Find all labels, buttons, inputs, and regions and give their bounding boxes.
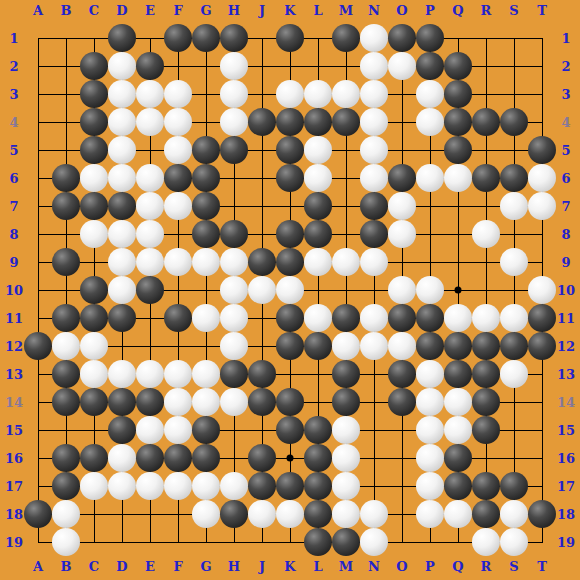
col-label-bottom: A — [33, 560, 43, 573]
black-stone[interactable] — [52, 388, 80, 416]
row-label-left: 17 — [5, 480, 23, 493]
black-stone[interactable] — [304, 528, 332, 556]
black-stone[interactable] — [276, 108, 304, 136]
black-stone[interactable] — [108, 388, 136, 416]
black-stone[interactable] — [416, 304, 444, 332]
white-stone[interactable] — [108, 164, 136, 192]
black-stone[interactable] — [360, 220, 388, 248]
white-stone[interactable] — [360, 80, 388, 108]
black-stone[interactable] — [528, 332, 556, 360]
black-stone[interactable] — [220, 220, 248, 248]
white-stone[interactable] — [52, 500, 80, 528]
black-stone[interactable] — [416, 332, 444, 360]
white-stone[interactable] — [360, 136, 388, 164]
black-stone[interactable] — [304, 108, 332, 136]
white-stone[interactable] — [500, 248, 528, 276]
white-stone[interactable] — [80, 164, 108, 192]
col-label-bottom: S — [509, 560, 518, 573]
white-stone[interactable] — [360, 528, 388, 556]
row-label-right: 16 — [557, 452, 575, 465]
row-label-left: 13 — [5, 368, 23, 381]
white-stone[interactable] — [360, 52, 388, 80]
col-label-bottom: H — [228, 560, 240, 573]
col-label-top: R — [481, 4, 492, 17]
black-stone[interactable] — [444, 472, 472, 500]
white-stone[interactable] — [304, 80, 332, 108]
black-stone[interactable] — [472, 472, 500, 500]
white-stone[interactable] — [444, 164, 472, 192]
white-stone[interactable] — [164, 192, 192, 220]
white-stone[interactable] — [360, 108, 388, 136]
white-stone[interactable] — [108, 52, 136, 80]
black-stone[interactable] — [500, 472, 528, 500]
col-label-bottom: L — [313, 560, 322, 573]
black-stone[interactable] — [304, 500, 332, 528]
white-stone[interactable] — [360, 500, 388, 528]
black-stone[interactable] — [472, 416, 500, 444]
row-label-left: 9 — [9, 256, 18, 269]
white-stone[interactable] — [164, 136, 192, 164]
white-stone[interactable] — [444, 416, 472, 444]
row-label-left: 18 — [5, 508, 23, 521]
row-label-right: 6 — [561, 172, 570, 185]
black-stone[interactable] — [444, 332, 472, 360]
white-stone[interactable] — [164, 360, 192, 388]
black-stone[interactable] — [332, 304, 360, 332]
white-stone[interactable] — [416, 164, 444, 192]
white-stone[interactable] — [500, 500, 528, 528]
black-stone[interactable] — [52, 192, 80, 220]
black-stone[interactable] — [80, 80, 108, 108]
black-stone[interactable] — [444, 80, 472, 108]
col-label-bottom: O — [396, 560, 407, 573]
white-stone[interactable] — [192, 360, 220, 388]
black-stone[interactable] — [332, 24, 360, 52]
row-label-left: 16 — [5, 452, 23, 465]
black-stone[interactable] — [276, 472, 304, 500]
white-stone[interactable] — [332, 248, 360, 276]
row-label-left: 10 — [5, 284, 23, 297]
white-stone[interactable] — [276, 80, 304, 108]
white-stone[interactable] — [500, 528, 528, 556]
row-label-right: 19 — [557, 536, 575, 549]
black-stone[interactable] — [80, 276, 108, 304]
white-stone[interactable] — [332, 80, 360, 108]
black-stone[interactable] — [80, 52, 108, 80]
black-stone[interactable] — [276, 304, 304, 332]
row-label-left: 2 — [9, 60, 18, 73]
row-label-right: 9 — [561, 256, 570, 269]
white-stone[interactable] — [472, 304, 500, 332]
black-stone[interactable] — [416, 24, 444, 52]
white-stone[interactable] — [164, 388, 192, 416]
white-stone[interactable] — [136, 192, 164, 220]
white-stone[interactable] — [528, 276, 556, 304]
black-stone[interactable] — [52, 164, 80, 192]
black-stone[interactable] — [276, 24, 304, 52]
black-stone[interactable] — [192, 416, 220, 444]
white-stone[interactable] — [220, 276, 248, 304]
white-stone[interactable] — [360, 24, 388, 52]
black-stone[interactable] — [444, 136, 472, 164]
black-stone[interactable] — [304, 472, 332, 500]
col-label-bottom: K — [284, 560, 295, 573]
black-stone[interactable] — [276, 248, 304, 276]
row-label-left: 12 — [5, 340, 23, 353]
white-stone[interactable] — [192, 388, 220, 416]
black-stone[interactable] — [52, 360, 80, 388]
white-stone[interactable] — [360, 332, 388, 360]
row-label-right: 4 — [561, 116, 570, 129]
black-stone[interactable] — [332, 528, 360, 556]
row-label-left: 1 — [9, 32, 18, 45]
black-stone[interactable] — [304, 332, 332, 360]
row-label-left: 8 — [9, 228, 18, 241]
black-stone[interactable] — [472, 164, 500, 192]
row-label-right: 18 — [557, 508, 575, 521]
black-stone[interactable] — [416, 52, 444, 80]
black-stone[interactable] — [220, 24, 248, 52]
white-stone[interactable] — [220, 304, 248, 332]
col-label-bottom: Q — [452, 560, 463, 573]
white-stone[interactable] — [332, 416, 360, 444]
col-label-top: M — [339, 4, 353, 17]
black-stone[interactable] — [108, 192, 136, 220]
white-stone[interactable] — [52, 332, 80, 360]
black-stone[interactable] — [332, 108, 360, 136]
black-stone[interactable] — [52, 304, 80, 332]
white-stone[interactable] — [444, 500, 472, 528]
white-stone[interactable] — [108, 360, 136, 388]
white-stone[interactable] — [528, 164, 556, 192]
white-stone[interactable] — [388, 52, 416, 80]
black-stone[interactable] — [276, 416, 304, 444]
black-stone[interactable] — [500, 108, 528, 136]
white-stone[interactable] — [164, 108, 192, 136]
black-stone[interactable] — [388, 164, 416, 192]
row-label-right: 15 — [557, 424, 575, 437]
star-point — [455, 287, 462, 294]
black-stone[interactable] — [248, 248, 276, 276]
black-stone[interactable] — [136, 276, 164, 304]
black-stone[interactable] — [24, 332, 52, 360]
white-stone[interactable] — [360, 248, 388, 276]
white-stone[interactable] — [220, 108, 248, 136]
row-label-right: 14 — [557, 396, 575, 409]
black-stone[interactable] — [388, 24, 416, 52]
black-stone[interactable] — [136, 52, 164, 80]
col-label-top: H — [228, 4, 240, 17]
white-stone[interactable] — [108, 472, 136, 500]
white-stone[interactable] — [164, 248, 192, 276]
black-stone[interactable] — [500, 164, 528, 192]
black-stone[interactable] — [192, 136, 220, 164]
white-stone[interactable] — [388, 276, 416, 304]
white-stone[interactable] — [108, 444, 136, 472]
white-stone[interactable] — [52, 528, 80, 556]
row-label-left: 11 — [5, 312, 23, 325]
col-label-top: F — [173, 4, 182, 17]
white-stone[interactable] — [164, 416, 192, 444]
white-stone[interactable] — [416, 444, 444, 472]
col-label-bottom: D — [116, 560, 127, 573]
black-stone[interactable] — [360, 192, 388, 220]
white-stone[interactable] — [108, 220, 136, 248]
col-label-bottom: R — [481, 560, 492, 573]
black-stone[interactable] — [388, 360, 416, 388]
white-stone[interactable] — [192, 500, 220, 528]
black-stone[interactable] — [276, 332, 304, 360]
white-stone[interactable] — [108, 248, 136, 276]
white-stone[interactable] — [332, 472, 360, 500]
col-label-top: E — [145, 4, 155, 17]
white-stone[interactable] — [136, 80, 164, 108]
black-stone[interactable] — [52, 472, 80, 500]
black-stone[interactable] — [332, 388, 360, 416]
white-stone[interactable] — [444, 388, 472, 416]
black-stone[interactable] — [472, 388, 500, 416]
white-stone[interactable] — [528, 192, 556, 220]
black-stone[interactable] — [472, 108, 500, 136]
white-stone[interactable] — [248, 500, 276, 528]
black-stone[interactable] — [276, 164, 304, 192]
col-label-bottom: M — [339, 560, 353, 573]
col-label-top: O — [396, 4, 407, 17]
black-stone[interactable] — [304, 444, 332, 472]
col-label-top: J — [259, 4, 265, 17]
black-stone[interactable] — [444, 108, 472, 136]
black-stone[interactable] — [108, 24, 136, 52]
white-stone[interactable] — [136, 248, 164, 276]
row-label-right: 8 — [561, 228, 570, 241]
white-stone[interactable] — [500, 304, 528, 332]
col-label-top: C — [89, 4, 99, 17]
col-label-top: D — [116, 4, 127, 17]
white-stone[interactable] — [416, 360, 444, 388]
white-stone[interactable] — [500, 192, 528, 220]
white-stone[interactable] — [416, 80, 444, 108]
row-label-right: 5 — [561, 144, 570, 157]
black-stone[interactable] — [108, 304, 136, 332]
row-label-right: 11 — [557, 312, 575, 325]
black-stone[interactable] — [220, 136, 248, 164]
white-stone[interactable] — [220, 80, 248, 108]
black-stone[interactable] — [248, 108, 276, 136]
white-stone[interactable] — [108, 108, 136, 136]
black-stone[interactable] — [52, 248, 80, 276]
col-label-bottom: B — [61, 560, 72, 573]
white-stone[interactable] — [220, 52, 248, 80]
row-label-left: 14 — [5, 396, 23, 409]
black-stone[interactable] — [80, 108, 108, 136]
black-stone[interactable] — [276, 220, 304, 248]
black-stone[interactable] — [472, 500, 500, 528]
black-stone[interactable] — [192, 192, 220, 220]
white-stone[interactable] — [388, 220, 416, 248]
white-stone[interactable] — [80, 332, 108, 360]
white-stone[interactable] — [108, 276, 136, 304]
black-stone[interactable] — [528, 500, 556, 528]
col-label-top: T — [537, 4, 547, 17]
white-stone[interactable] — [276, 276, 304, 304]
white-stone[interactable] — [360, 164, 388, 192]
white-stone[interactable] — [416, 472, 444, 500]
col-label-bottom: F — [173, 560, 182, 573]
row-label-right: 1 — [561, 32, 570, 45]
col-label-bottom: C — [89, 560, 99, 573]
col-label-top: G — [200, 4, 211, 17]
row-label-left: 7 — [9, 200, 18, 213]
black-stone[interactable] — [164, 304, 192, 332]
black-stone[interactable] — [164, 164, 192, 192]
white-stone[interactable] — [304, 248, 332, 276]
black-stone[interactable] — [304, 416, 332, 444]
grid-line-horizontal — [38, 542, 543, 543]
white-stone[interactable] — [220, 388, 248, 416]
col-label-top: K — [284, 4, 295, 17]
black-stone[interactable] — [444, 360, 472, 388]
black-stone[interactable] — [248, 444, 276, 472]
white-stone[interactable] — [136, 360, 164, 388]
col-label-bottom: N — [368, 560, 380, 573]
col-label-top: B — [61, 4, 72, 17]
black-stone[interactable] — [444, 444, 472, 472]
col-label-top: Q — [452, 4, 463, 17]
black-stone[interactable] — [276, 388, 304, 416]
white-stone[interactable] — [80, 472, 108, 500]
col-label-top: P — [425, 4, 435, 17]
row-label-right: 12 — [557, 340, 575, 353]
row-label-right: 10 — [557, 284, 575, 297]
black-stone[interactable] — [192, 220, 220, 248]
white-stone[interactable] — [332, 332, 360, 360]
row-label-left: 6 — [9, 172, 18, 185]
white-stone[interactable] — [136, 416, 164, 444]
black-stone[interactable] — [248, 472, 276, 500]
black-stone[interactable] — [80, 304, 108, 332]
white-stone[interactable] — [332, 500, 360, 528]
black-stone[interactable] — [192, 444, 220, 472]
row-label-left: 5 — [9, 144, 18, 157]
white-stone[interactable] — [164, 80, 192, 108]
white-stone[interactable] — [444, 304, 472, 332]
black-stone[interactable] — [220, 360, 248, 388]
black-stone[interactable] — [528, 304, 556, 332]
black-stone[interactable] — [388, 388, 416, 416]
black-stone[interactable] — [164, 24, 192, 52]
white-stone[interactable] — [220, 472, 248, 500]
black-stone[interactable] — [304, 192, 332, 220]
col-label-bottom: E — [145, 560, 155, 573]
white-stone[interactable] — [304, 304, 332, 332]
white-stone[interactable] — [388, 332, 416, 360]
row-label-right: 7 — [561, 200, 570, 213]
col-label-top: S — [509, 4, 518, 17]
row-label-left: 4 — [9, 116, 18, 129]
white-stone[interactable] — [304, 164, 332, 192]
black-stone[interactable] — [164, 444, 192, 472]
white-stone[interactable] — [276, 500, 304, 528]
white-stone[interactable] — [220, 248, 248, 276]
black-stone[interactable] — [472, 360, 500, 388]
white-stone[interactable] — [416, 108, 444, 136]
col-label-bottom: J — [259, 560, 265, 573]
row-label-right: 13 — [557, 368, 575, 381]
white-stone[interactable] — [388, 192, 416, 220]
white-stone[interactable] — [108, 136, 136, 164]
black-stone[interactable] — [528, 136, 556, 164]
white-stone[interactable] — [500, 360, 528, 388]
black-stone[interactable] — [80, 388, 108, 416]
white-stone[interactable] — [80, 360, 108, 388]
white-stone[interactable] — [80, 220, 108, 248]
white-stone[interactable] — [360, 304, 388, 332]
black-stone[interactable] — [52, 444, 80, 472]
white-stone[interactable] — [248, 276, 276, 304]
star-point — [287, 455, 294, 462]
black-stone[interactable] — [192, 164, 220, 192]
black-stone[interactable] — [80, 444, 108, 472]
black-stone[interactable] — [248, 360, 276, 388]
col-label-top: L — [313, 4, 322, 17]
black-stone[interactable] — [500, 332, 528, 360]
white-stone[interactable] — [332, 444, 360, 472]
row-label-left: 3 — [9, 88, 18, 101]
white-stone[interactable] — [136, 472, 164, 500]
white-stone[interactable] — [416, 276, 444, 304]
white-stone[interactable] — [136, 108, 164, 136]
black-stone[interactable] — [388, 304, 416, 332]
row-label-right: 17 — [557, 480, 575, 493]
row-label-right: 3 — [561, 88, 570, 101]
white-stone[interactable] — [136, 164, 164, 192]
black-stone[interactable] — [136, 388, 164, 416]
white-stone[interactable] — [136, 220, 164, 248]
black-stone[interactable] — [276, 136, 304, 164]
white-stone[interactable] — [472, 220, 500, 248]
black-stone[interactable] — [136, 444, 164, 472]
white-stone[interactable] — [472, 528, 500, 556]
col-label-bottom: G — [200, 560, 211, 573]
white-stone[interactable] — [108, 80, 136, 108]
black-stone[interactable] — [192, 24, 220, 52]
white-stone[interactable] — [192, 472, 220, 500]
white-stone[interactable] — [416, 500, 444, 528]
white-stone[interactable] — [416, 416, 444, 444]
black-stone[interactable] — [24, 500, 52, 528]
row-label-right: 2 — [561, 60, 570, 73]
white-stone[interactable] — [192, 248, 220, 276]
black-stone[interactable] — [472, 332, 500, 360]
black-stone[interactable] — [332, 360, 360, 388]
black-stone[interactable] — [108, 416, 136, 444]
black-stone[interactable] — [444, 52, 472, 80]
black-stone[interactable] — [248, 388, 276, 416]
col-label-bottom: P — [425, 560, 435, 573]
black-stone[interactable] — [80, 136, 108, 164]
go-board[interactable]: AABBCCDDEEFFGGHHJJKKLLMMNNOOPPQQRRSSTT11… — [0, 0, 580, 580]
white-stone[interactable] — [192, 304, 220, 332]
black-stone[interactable] — [220, 500, 248, 528]
black-stone[interactable] — [304, 220, 332, 248]
white-stone[interactable] — [220, 332, 248, 360]
col-label-top: N — [368, 4, 380, 17]
white-stone[interactable] — [164, 472, 192, 500]
black-stone[interactable] — [80, 192, 108, 220]
col-label-bottom: T — [537, 560, 547, 573]
white-stone[interactable] — [416, 388, 444, 416]
white-stone[interactable] — [304, 136, 332, 164]
